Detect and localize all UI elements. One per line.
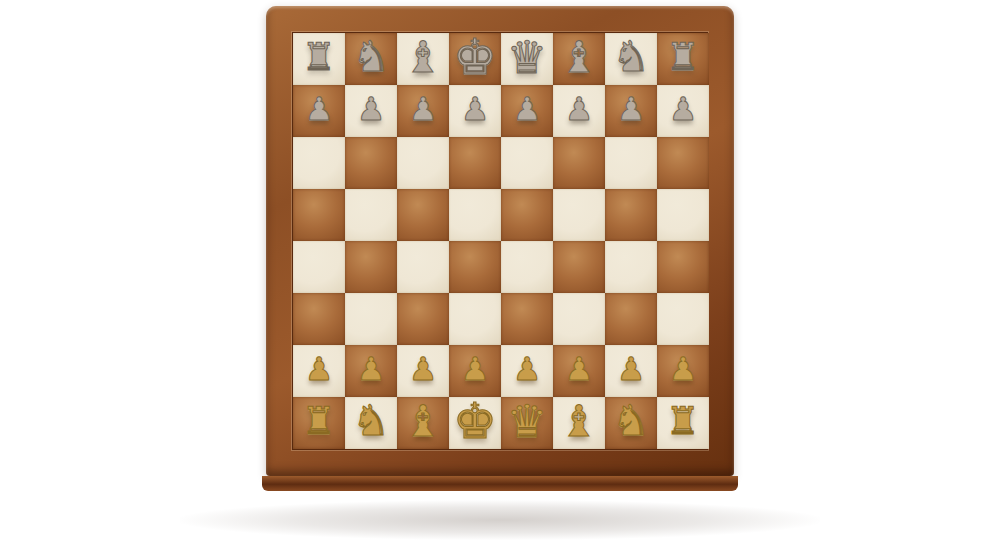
white-pawn-e2: ♟: [461, 93, 490, 125]
square-d7[interactable]: ♟: [501, 345, 553, 397]
black-bishop-f8: ♝: [404, 400, 443, 443]
white-knight-b1: ♞: [612, 36, 650, 78]
square-d2[interactable]: ♟: [501, 85, 553, 137]
black-queen-d8: ♛: [507, 399, 547, 444]
white-pawn-f2: ♟: [409, 93, 438, 125]
square-h6[interactable]: [293, 293, 345, 345]
square-a7[interactable]: ♟: [657, 345, 709, 397]
wooden-frame: ♜♞♝♚♛♝♞♜♟♟♟♟♟♟♟♟♟♟♟♟♟♟♟♟♜♞♝♚♛♝♞♜: [266, 6, 734, 476]
square-a5[interactable]: [657, 241, 709, 293]
square-h7[interactable]: ♟: [293, 345, 345, 397]
black-pawn-a7: ♟: [669, 353, 698, 385]
square-a1[interactable]: ♜: [657, 33, 709, 85]
square-b3[interactable]: [605, 137, 657, 189]
black-pawn-e7: ♟: [461, 353, 490, 385]
white-pawn-a2: ♟: [669, 93, 698, 125]
square-f2[interactable]: ♟: [397, 85, 449, 137]
square-g8[interactable]: ♞: [345, 397, 397, 449]
square-g7[interactable]: ♟: [345, 345, 397, 397]
square-d5[interactable]: [501, 241, 553, 293]
square-g5[interactable]: [345, 241, 397, 293]
case-molding-band: [256, 491, 744, 522]
square-h5[interactable]: [293, 241, 345, 293]
white-pawn-h2: ♟: [305, 93, 334, 125]
square-g3[interactable]: [345, 137, 397, 189]
square-c3[interactable]: [553, 137, 605, 189]
square-c5[interactable]: [553, 241, 605, 293]
square-e2[interactable]: ♟: [449, 85, 501, 137]
square-h1[interactable]: ♜: [293, 33, 345, 85]
black-rook-h8: ♜: [302, 402, 336, 440]
chess-set: ♜♞♝♚♛♝♞♜♟♟♟♟♟♟♟♟♟♟♟♟♟♟♟♟♜♞♝♚♛♝♞♜: [256, 6, 744, 522]
square-b6[interactable]: [605, 293, 657, 345]
square-a6[interactable]: [657, 293, 709, 345]
white-rook-a1: ♜: [666, 38, 700, 76]
square-e7[interactable]: ♟: [449, 345, 501, 397]
square-c2[interactable]: ♟: [553, 85, 605, 137]
square-g6[interactable]: [345, 293, 397, 345]
square-c4[interactable]: [553, 189, 605, 241]
square-b7[interactable]: ♟: [605, 345, 657, 397]
square-d4[interactable]: [501, 189, 553, 241]
black-pawn-f7: ♟: [409, 353, 438, 385]
black-pawn-d7: ♟: [513, 353, 542, 385]
square-f1[interactable]: ♝: [397, 33, 449, 85]
square-a3[interactable]: [657, 137, 709, 189]
black-knight-b8: ♞: [612, 400, 650, 442]
square-d1[interactable]: ♛: [501, 33, 553, 85]
white-bishop-f1: ♝: [404, 36, 443, 79]
square-e1[interactable]: ♚: [449, 33, 501, 85]
black-bishop-c8: ♝: [560, 400, 599, 443]
white-king-e1: ♚: [453, 33, 497, 82]
square-f6[interactable]: [397, 293, 449, 345]
white-knight-g1: ♞: [352, 36, 390, 78]
square-h2[interactable]: ♟: [293, 85, 345, 137]
black-pawn-g7: ♟: [357, 353, 386, 385]
square-d6[interactable]: [501, 293, 553, 345]
chess-board: ♜♞♝♚♛♝♞♜♟♟♟♟♟♟♟♟♟♟♟♟♟♟♟♟♜♞♝♚♛♝♞♜: [292, 32, 708, 450]
square-c8[interactable]: ♝: [553, 397, 605, 449]
square-e6[interactable]: [449, 293, 501, 345]
square-e8[interactable]: ♚: [449, 397, 501, 449]
square-e3[interactable]: [449, 137, 501, 189]
photo-backdrop: ♜♞♝♚♛♝♞♜♟♟♟♟♟♟♟♟♟♟♟♟♟♟♟♟♜♞♝♚♛♝♞♜: [0, 0, 1000, 553]
white-pawn-c2: ♟: [565, 93, 594, 125]
black-pawn-c7: ♟: [565, 353, 594, 385]
square-c7[interactable]: ♟: [553, 345, 605, 397]
square-b1[interactable]: ♞: [605, 33, 657, 85]
black-king-e8: ♚: [453, 397, 497, 446]
square-h8[interactable]: ♜: [293, 397, 345, 449]
square-b5[interactable]: [605, 241, 657, 293]
square-g2[interactable]: ♟: [345, 85, 397, 137]
square-f3[interactable]: [397, 137, 449, 189]
square-a2[interactable]: ♟: [657, 85, 709, 137]
square-f5[interactable]: [397, 241, 449, 293]
black-rook-a8: ♜: [666, 402, 700, 440]
square-b2[interactable]: ♟: [605, 85, 657, 137]
black-pawn-h7: ♟: [305, 353, 334, 385]
square-f8[interactable]: ♝: [397, 397, 449, 449]
white-queen-d1: ♛: [507, 35, 547, 80]
square-a8[interactable]: ♜: [657, 397, 709, 449]
square-g1[interactable]: ♞: [345, 33, 397, 85]
square-b8[interactable]: ♞: [605, 397, 657, 449]
black-pawn-b7: ♟: [617, 353, 646, 385]
case-molding-cove: [262, 476, 738, 491]
white-pawn-d2: ♟: [513, 93, 542, 125]
square-e5[interactable]: [449, 241, 501, 293]
square-d8[interactable]: ♛: [501, 397, 553, 449]
square-g4[interactable]: [345, 189, 397, 241]
wooden-case-side: [260, 476, 740, 522]
square-e4[interactable]: [449, 189, 501, 241]
square-d3[interactable]: [501, 137, 553, 189]
white-pawn-g2: ♟: [357, 93, 386, 125]
white-bishop-c1: ♝: [560, 36, 599, 79]
black-knight-g8: ♞: [352, 400, 390, 442]
square-b4[interactable]: [605, 189, 657, 241]
square-c6[interactable]: [553, 293, 605, 345]
square-f7[interactable]: ♟: [397, 345, 449, 397]
square-a4[interactable]: [657, 189, 709, 241]
square-h4[interactable]: [293, 189, 345, 241]
square-c1[interactable]: ♝: [553, 33, 605, 85]
white-pawn-b2: ♟: [617, 93, 646, 125]
white-rook-h1: ♜: [302, 38, 336, 76]
square-f4[interactable]: [397, 189, 449, 241]
square-h3[interactable]: [293, 137, 345, 189]
